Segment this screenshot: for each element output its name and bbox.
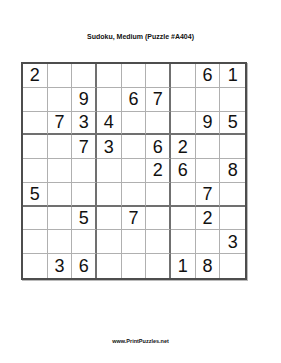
cell-r7c2 [48,207,73,231]
cell-r1c5 [122,64,147,88]
cell-r4c4: 3 [97,135,122,159]
cell-r2c8 [196,88,221,112]
sudoku-page: Sudoku, Medium (Puzzle #A404) 2619677349… [0,0,281,363]
cell-r3c9: 5 [220,112,245,136]
cell-r6c5 [122,183,147,207]
cell-r9c1 [23,254,48,278]
cell-r8c1 [23,230,48,254]
cell-r3c5 [122,112,147,136]
cell-r6c2 [48,183,73,207]
cell-r1c7 [171,64,196,88]
cell-r1c6 [146,64,171,88]
sudoku-board: 2619677349573622685757233618 [21,62,247,280]
cell-r5c3 [72,159,97,183]
cell-r7c7 [171,207,196,231]
cell-r1c2 [48,64,73,88]
cell-r9c2: 3 [48,254,73,278]
cell-r6c9 [220,183,245,207]
cell-r8c2 [48,230,73,254]
cell-r1c1: 2 [23,64,48,88]
cell-r9c8: 8 [196,254,221,278]
cell-r6c6 [146,183,171,207]
cell-r7c1 [23,207,48,231]
cell-r9c3: 6 [72,254,97,278]
cell-r8c5 [122,230,147,254]
cell-r8c6 [146,230,171,254]
cell-r2c5: 6 [122,88,147,112]
cell-r4c7: 2 [171,135,196,159]
cell-r2c9 [220,88,245,112]
cell-r5c8 [196,159,221,183]
cell-r7c3: 5 [72,207,97,231]
cell-r6c3 [72,183,97,207]
cell-r9c6 [146,254,171,278]
cell-r9c9 [220,254,245,278]
cell-r3c7 [171,112,196,136]
cell-r6c8: 7 [196,183,221,207]
cell-r3c8: 9 [196,112,221,136]
cell-r1c4 [97,64,122,88]
cell-r2c3: 9 [72,88,97,112]
cell-r8c7 [171,230,196,254]
cell-r2c1 [23,88,48,112]
cell-r2c4 [97,88,122,112]
cell-r6c4 [97,183,122,207]
cell-r7c9 [220,207,245,231]
cell-r4c3: 7 [72,135,97,159]
cell-r3c3: 3 [72,112,97,136]
cell-r4c9 [220,135,245,159]
cell-r7c5: 7 [122,207,147,231]
cell-r5c6: 2 [146,159,171,183]
cell-r4c5 [122,135,147,159]
cell-r5c1 [23,159,48,183]
cell-r2c7 [171,88,196,112]
cell-r9c5 [122,254,147,278]
cell-r5c2 [48,159,73,183]
cell-r4c2 [48,135,73,159]
cell-r1c3 [72,64,97,88]
cell-r4c1 [23,135,48,159]
cell-r4c8 [196,135,221,159]
cell-r6c7 [171,183,196,207]
cell-r1c8: 6 [196,64,221,88]
cell-r7c8: 2 [196,207,221,231]
cell-r8c9: 3 [220,230,245,254]
cell-r5c5 [122,159,147,183]
cell-r7c4 [97,207,122,231]
cell-r5c7: 6 [171,159,196,183]
cell-r9c7: 1 [171,254,196,278]
cell-r3c4: 4 [97,112,122,136]
cell-r3c1 [23,112,48,136]
cell-r2c2 [48,88,73,112]
cell-r3c2: 7 [48,112,73,136]
cell-r8c3 [72,230,97,254]
cell-r5c9: 8 [220,159,245,183]
cell-r4c6: 6 [146,135,171,159]
cell-r5c4 [97,159,122,183]
cell-r8c8 [196,230,221,254]
cell-r7c6 [146,207,171,231]
puzzle-title: Sudoku, Medium (Puzzle #A404) [0,33,281,41]
cell-r3c6 [146,112,171,136]
cell-r9c4 [97,254,122,278]
cell-r6c1: 5 [23,183,48,207]
footer-url: www.PrintPuzzles.net [0,338,281,345]
cell-r8c4 [97,230,122,254]
cell-r2c6: 7 [146,88,171,112]
cell-r1c9: 1 [220,64,245,88]
